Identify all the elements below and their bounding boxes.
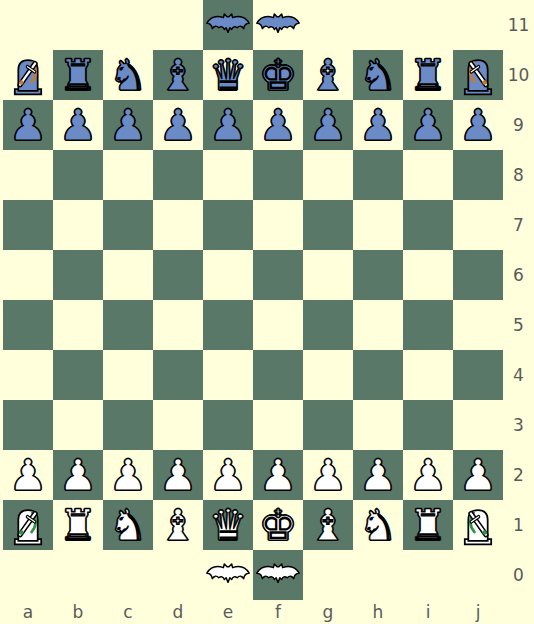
piece-blue-rook: ♜ (403, 50, 453, 100)
square-h8[interactable] (353, 150, 403, 200)
file-label-e: e (203, 600, 253, 624)
file-label-j: j (453, 600, 503, 624)
square-a6[interactable] (3, 250, 53, 300)
tombstone-sword-icon (6, 52, 50, 98)
square-g3[interactable] (303, 400, 353, 450)
white-bishop-glyph: ♝ (159, 500, 198, 550)
square-f5[interactable] (253, 300, 303, 350)
blue-bishop-glyph: ♝ (309, 50, 348, 100)
rank-label-5: 5 (503, 300, 534, 350)
rank-label-10: 10 (503, 50, 534, 100)
square-j9[interactable]: ♟ (453, 100, 503, 150)
square-g6[interactable] (303, 250, 353, 300)
rank-labels: 11109876543210 (503, 0, 534, 600)
white-pawn-glyph: ♟ (109, 450, 148, 500)
square-j5[interactable] (453, 300, 503, 350)
square-b10[interactable]: ♜ (53, 50, 103, 100)
square-h4[interactable] (353, 350, 403, 400)
white-pawn-glyph: ♟ (409, 450, 448, 500)
white-pawn-glyph: ♟ (459, 450, 498, 500)
offboard-i11 (403, 0, 453, 50)
offboard-c11 (103, 0, 153, 50)
square-c4[interactable] (103, 350, 153, 400)
square-f7[interactable] (253, 200, 303, 250)
square-g1[interactable]: ♝ (303, 500, 353, 550)
offboard-c0 (103, 550, 153, 600)
square-j3[interactable] (453, 400, 503, 450)
square-b9[interactable]: ♟ (53, 100, 103, 150)
blue-rook-glyph: ♜ (59, 50, 98, 100)
square-j7[interactable] (453, 200, 503, 250)
rank-label-7: 7 (503, 200, 534, 250)
square-b8[interactable] (53, 150, 103, 200)
square-h6[interactable] (353, 250, 403, 300)
square-b5[interactable] (53, 300, 103, 350)
square-a1[interactable] (3, 500, 53, 550)
square-h2[interactable]: ♟ (353, 450, 403, 500)
rank-label-8: 8 (503, 150, 534, 200)
rank-label-6: 6 (503, 250, 534, 300)
square-e6[interactable] (203, 250, 253, 300)
square-e4[interactable] (203, 350, 253, 400)
piece-white-queen: ♛ (203, 500, 253, 550)
piece-blue-pawn: ♟ (53, 100, 103, 150)
piece-white-king: ♚ (253, 500, 303, 550)
piece-white-pawn: ♟ (403, 450, 453, 500)
square-f10[interactable]: ♚ (253, 50, 303, 100)
piece-blue-queen: ♛ (203, 50, 253, 100)
white-knight-glyph: ♞ (109, 500, 148, 550)
square-f2[interactable]: ♟ (253, 450, 303, 500)
bat-icon (205, 11, 251, 39)
square-h7[interactable] (353, 200, 403, 250)
blue-pawn-glyph: ♟ (159, 100, 198, 150)
square-d5[interactable] (153, 300, 203, 350)
file-label-i: i (403, 600, 453, 624)
piece-blue-bishop: ♝ (153, 50, 203, 100)
piece-white-rook: ♜ (53, 500, 103, 550)
piece-white-pawn: ♟ (3, 450, 53, 500)
blue-pawn-glyph: ♟ (309, 100, 348, 150)
square-i4[interactable] (403, 350, 453, 400)
square-g8[interactable] (303, 150, 353, 200)
square-e7[interactable] (203, 200, 253, 250)
square-b2[interactable]: ♟ (53, 450, 103, 500)
piece-blue-bat (203, 0, 253, 50)
square-d10[interactable]: ♝ (153, 50, 203, 100)
square-f11[interactable] (253, 0, 303, 50)
white-pawn-glyph: ♟ (9, 450, 48, 500)
offboard-a0 (3, 550, 53, 600)
square-i2[interactable]: ♟ (403, 450, 453, 500)
piece-blue-pawn: ♟ (3, 100, 53, 150)
square-b6[interactable] (53, 250, 103, 300)
blue-knight-glyph: ♞ (109, 50, 148, 100)
square-h3[interactable] (353, 400, 403, 450)
square-f4[interactable] (253, 350, 303, 400)
piece-white-pawn: ♟ (353, 450, 403, 500)
square-c7[interactable] (103, 200, 153, 250)
blue-bishop-glyph: ♝ (159, 50, 198, 100)
square-d8[interactable] (153, 150, 203, 200)
square-d1[interactable]: ♝ (153, 500, 203, 550)
square-i9[interactable]: ♟ (403, 100, 453, 150)
piece-blue-swordstone (3, 50, 53, 100)
piece-white-pawn: ♟ (203, 450, 253, 500)
square-f9[interactable]: ♟ (253, 100, 303, 150)
square-g7[interactable] (303, 200, 353, 250)
offboard-d11 (153, 0, 203, 50)
rank-label-2: 2 (503, 450, 534, 500)
square-j1[interactable] (453, 500, 503, 550)
piece-blue-pawn: ♟ (353, 100, 403, 150)
blue-pawn-glyph: ♟ (459, 100, 498, 150)
file-label-d: d (153, 600, 203, 624)
square-j4[interactable] (453, 350, 503, 400)
square-j2[interactable]: ♟ (453, 450, 503, 500)
piece-blue-pawn: ♟ (403, 100, 453, 150)
blue-pawn-glyph: ♟ (359, 100, 398, 150)
blue-knight-glyph: ♞ (359, 50, 398, 100)
square-a3[interactable] (3, 400, 53, 450)
offboard-g0 (303, 550, 353, 600)
square-a2[interactable]: ♟ (3, 450, 53, 500)
offboard-h11 (353, 0, 403, 50)
square-h5[interactable] (353, 300, 403, 350)
blue-pawn-glyph: ♟ (259, 100, 298, 150)
piece-blue-bat (253, 0, 303, 50)
offboard-d0 (153, 550, 203, 600)
white-pawn-glyph: ♟ (209, 450, 248, 500)
white-pawn-glyph: ♟ (309, 450, 348, 500)
piece-white-knight: ♞ (353, 500, 403, 550)
square-i5[interactable] (403, 300, 453, 350)
piece-white-bishop: ♝ (153, 500, 203, 550)
rank-label-9: 9 (503, 100, 534, 150)
square-b7[interactable] (53, 200, 103, 250)
square-g10[interactable]: ♝ (303, 50, 353, 100)
file-label-a: a (3, 600, 53, 624)
square-e8[interactable] (203, 150, 253, 200)
piece-blue-pawn: ♟ (203, 100, 253, 150)
piece-white-bat (253, 550, 303, 600)
square-e2[interactable]: ♟ (203, 450, 253, 500)
square-c1[interactable]: ♞ (103, 500, 153, 550)
square-a5[interactable] (3, 300, 53, 350)
piece-white-pawn: ♟ (53, 450, 103, 500)
piece-white-rook: ♜ (403, 500, 453, 550)
white-knight-glyph: ♞ (359, 500, 398, 550)
square-g4[interactable] (303, 350, 353, 400)
square-h1[interactable]: ♞ (353, 500, 403, 550)
square-i10[interactable]: ♜ (403, 50, 453, 100)
square-c6[interactable] (103, 250, 153, 300)
piece-blue-rook: ♜ (53, 50, 103, 100)
square-h10[interactable]: ♞ (353, 50, 403, 100)
square-c3[interactable] (103, 400, 153, 450)
piece-blue-pawn: ♟ (103, 100, 153, 150)
piece-white-pawn: ♟ (453, 450, 503, 500)
rank-label-0: 0 (503, 550, 534, 600)
square-b3[interactable] (53, 400, 103, 450)
file-label-f: f (253, 600, 303, 624)
square-f6[interactable] (253, 250, 303, 300)
game-board-area: ♜♞♝♛♚♝♞♜ ♟♟♟♟♟♟♟♟♟♟♟♟♟♟♟♟♟♟♟♟ ♜♞♝♛♚♝♞♜ 1… (0, 0, 534, 624)
blue-pawn-glyph: ♟ (409, 100, 448, 150)
square-c9[interactable]: ♟ (103, 100, 153, 150)
blue-king-glyph: ♚ (259, 50, 298, 100)
square-a4[interactable] (3, 350, 53, 400)
square-e0[interactable] (203, 550, 253, 600)
square-h9[interactable]: ♟ (353, 100, 403, 150)
square-i1[interactable]: ♜ (403, 500, 453, 550)
square-e9[interactable]: ♟ (203, 100, 253, 150)
square-e3[interactable] (203, 400, 253, 450)
piece-blue-pawn: ♟ (303, 100, 353, 150)
square-f0[interactable] (253, 550, 303, 600)
file-label-b: b (53, 600, 103, 624)
square-d4[interactable] (153, 350, 203, 400)
square-a8[interactable] (3, 150, 53, 200)
piece-blue-knight: ♞ (353, 50, 403, 100)
piece-blue-pawn: ♟ (453, 100, 503, 150)
piece-blue-pawn: ♟ (253, 100, 303, 150)
blue-pawn-glyph: ♟ (9, 100, 48, 150)
square-g2[interactable]: ♟ (303, 450, 353, 500)
square-b4[interactable] (53, 350, 103, 400)
offboard-b0 (53, 550, 103, 600)
square-j10[interactable] (453, 50, 503, 100)
square-c8[interactable] (103, 150, 153, 200)
square-e10[interactable]: ♛ (203, 50, 253, 100)
square-a9[interactable]: ♟ (3, 100, 53, 150)
square-e11[interactable] (203, 0, 253, 50)
square-j6[interactable] (453, 250, 503, 300)
offboard-b11 (53, 0, 103, 50)
square-d2[interactable]: ♟ (153, 450, 203, 500)
square-c10[interactable]: ♞ (103, 50, 153, 100)
offboard-h0 (353, 550, 403, 600)
white-bishop-glyph: ♝ (309, 500, 348, 550)
offboard-i0 (403, 550, 453, 600)
square-c2[interactable]: ♟ (103, 450, 153, 500)
square-d6[interactable] (153, 250, 203, 300)
piece-blue-knight: ♞ (103, 50, 153, 100)
square-i6[interactable] (403, 250, 453, 300)
blue-rook-glyph: ♜ (409, 50, 448, 100)
white-pawn-glyph: ♟ (259, 450, 298, 500)
square-g9[interactable]: ♟ (303, 100, 353, 150)
white-pawn-glyph: ♟ (359, 450, 398, 500)
piece-white-bishop: ♝ (303, 500, 353, 550)
board: ♜♞♝♛♚♝♞♜ ♟♟♟♟♟♟♟♟♟♟♟♟♟♟♟♟♟♟♟♟ ♜♞♝♛♚♝♞♜ (3, 0, 503, 600)
offboard-g11 (303, 0, 353, 50)
offboard-a11 (3, 0, 53, 50)
square-i7[interactable] (403, 200, 453, 250)
square-j8[interactable] (453, 150, 503, 200)
piece-white-swordstone (453, 500, 503, 550)
square-e1[interactable]: ♛ (203, 500, 253, 550)
piece-white-knight: ♞ (103, 500, 153, 550)
file-labels: abcdefghij (3, 600, 503, 624)
piece-white-pawn: ♟ (253, 450, 303, 500)
bat-icon (205, 561, 251, 589)
piece-blue-swordstone (453, 50, 503, 100)
square-e5[interactable] (203, 300, 253, 350)
square-d7[interactable] (153, 200, 203, 250)
square-a7[interactable] (3, 200, 53, 250)
file-label-g: g (303, 600, 353, 624)
piece-white-pawn: ♟ (103, 450, 153, 500)
offboard-j11 (453, 0, 503, 50)
white-rook-glyph: ♜ (409, 500, 448, 550)
bat-icon (255, 11, 301, 39)
piece-white-pawn: ♟ (153, 450, 203, 500)
white-queen-glyph: ♛ (209, 500, 248, 550)
square-d9[interactable]: ♟ (153, 100, 203, 150)
piece-white-bat (203, 550, 253, 600)
offboard-j0 (453, 550, 503, 600)
square-f3[interactable] (253, 400, 303, 450)
square-i8[interactable] (403, 150, 453, 200)
blue-pawn-glyph: ♟ (59, 100, 98, 150)
tombstone-sword-icon (456, 52, 500, 98)
tombstone-sword-icon (6, 502, 50, 548)
square-f8[interactable] (253, 150, 303, 200)
blue-pawn-glyph: ♟ (109, 100, 148, 150)
square-c5[interactable] (103, 300, 153, 350)
white-pawn-glyph: ♟ (59, 450, 98, 500)
piece-blue-king: ♚ (253, 50, 303, 100)
square-g5[interactable] (303, 300, 353, 350)
square-f1[interactable]: ♚ (253, 500, 303, 550)
rank-label-11: 11 (503, 0, 534, 50)
piece-white-pawn: ♟ (303, 450, 353, 500)
rank-label-1: 1 (503, 500, 534, 550)
white-pawn-glyph: ♟ (159, 450, 198, 500)
square-d3[interactable] (153, 400, 203, 450)
white-rook-glyph: ♜ (59, 500, 98, 550)
square-b1[interactable]: ♜ (53, 500, 103, 550)
file-label-h: h (353, 600, 403, 624)
file-label-c: c (103, 600, 153, 624)
square-a10[interactable] (3, 50, 53, 100)
rank-label-3: 3 (503, 400, 534, 450)
piece-white-swordstone (3, 500, 53, 550)
square-i3[interactable] (403, 400, 453, 450)
bat-icon (255, 561, 301, 589)
blue-pawn-glyph: ♟ (209, 100, 248, 150)
white-king-glyph: ♚ (259, 500, 298, 550)
piece-blue-pawn: ♟ (153, 100, 203, 150)
tombstone-sword-icon (456, 502, 500, 548)
rank-label-4: 4 (503, 350, 534, 400)
blue-queen-glyph: ♛ (209, 50, 248, 100)
piece-blue-bishop: ♝ (303, 50, 353, 100)
